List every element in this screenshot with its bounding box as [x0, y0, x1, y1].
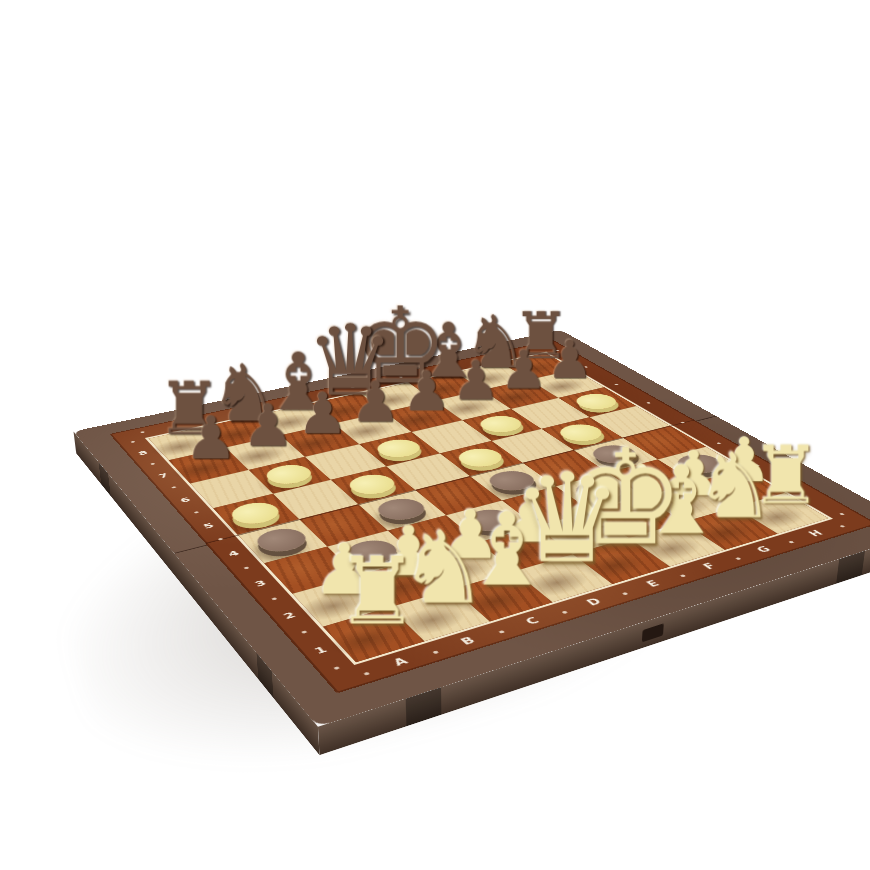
file-label-F: F	[700, 561, 718, 571]
border-screw-dot	[561, 611, 568, 614]
file-label-E: E	[644, 579, 663, 589]
border-screw-dot	[171, 486, 176, 488]
cream-checker-disc-h6[interactable]	[569, 391, 623, 412]
cream-checker-disc-e5[interactable]	[452, 446, 510, 471]
border-screw-dot	[150, 463, 155, 465]
border-screw-dot	[130, 441, 135, 443]
border-screw-dot	[788, 541, 794, 544]
border-screw-dot	[839, 513, 845, 516]
magnetic-clasp	[641, 623, 663, 642]
border-screw-dot	[363, 672, 370, 676]
border-screw-dot	[646, 402, 651, 404]
border-screw-dot	[622, 592, 629, 595]
piece-dark-pawn-a7[interactable]: ♟	[185, 409, 238, 468]
piece-dark-pawn-f7[interactable]: ♟	[452, 353, 501, 407]
rank-label-3: 3	[252, 578, 268, 588]
piece-dark-pawn-b7[interactable]: ♟	[242, 397, 294, 455]
file-label-B: B	[458, 635, 478, 647]
file-label-D: D	[584, 596, 604, 607]
border-screw-dot	[194, 511, 199, 514]
border-screw-dot	[140, 431, 145, 433]
border-screw-dot	[680, 574, 686, 577]
rank-label-1: 1	[311, 644, 329, 656]
file-label-G: G	[754, 545, 774, 555]
border-screw-dot	[432, 650, 439, 654]
border-screw-dot	[614, 384, 619, 386]
brown-checker-disc-a4[interactable]	[251, 525, 314, 556]
piece-dark-pawn-d7[interactable]: ♟	[350, 374, 400, 430]
piece-dark-pawn-g7[interactable]: ♟	[500, 343, 548, 396]
piece-dark-pawn-c7[interactable]: ♟	[297, 385, 348, 442]
piece-dark-pawn-e7[interactable]: ♟	[402, 363, 452, 418]
rank-label-2: 2	[280, 610, 297, 621]
piece-light-rook-a1[interactable]: ♜	[336, 545, 419, 638]
square-a1[interactable]: ♜	[323, 607, 424, 662]
border-screw-dot	[735, 557, 741, 560]
rank-label-6: 6	[178, 496, 192, 504]
cream-checker-disc-d6[interactable]	[371, 437, 427, 461]
file-label-A: A	[391, 656, 411, 668]
border-screw-dot	[333, 666, 340, 670]
border-screw-dot	[301, 630, 307, 634]
file-label-H: H	[806, 529, 826, 538]
cream-checker-disc-f6[interactable]	[473, 413, 528, 435]
border-screw-dot	[498, 630, 505, 634]
border-screw-dot	[271, 597, 277, 600]
product-photo-scene: ♜♞♝♛♚♝♞♜♟♟♟♟♟♟♟♟♟♟♟♟♟♟♟♟♜♞♝♛♚♝♞♜ ABCDEFG…	[0, 0, 870, 870]
rank-label-8: 8	[136, 449, 149, 456]
border-screw-dot	[243, 566, 249, 569]
rank-label-5: 5	[201, 521, 216, 530]
cream-checker-disc-a5[interactable]	[226, 499, 286, 528]
rank-label-4: 4	[225, 549, 241, 558]
piece-dark-pawn-h7[interactable]: ♟	[546, 333, 593, 386]
border-screw-dot	[839, 525, 845, 528]
cream-checker-disc-b6[interactable]	[260, 462, 317, 488]
cream-checker-disc-c5[interactable]	[343, 471, 402, 498]
rank-label-7: 7	[156, 472, 170, 480]
file-label-C: C	[523, 615, 542, 626]
